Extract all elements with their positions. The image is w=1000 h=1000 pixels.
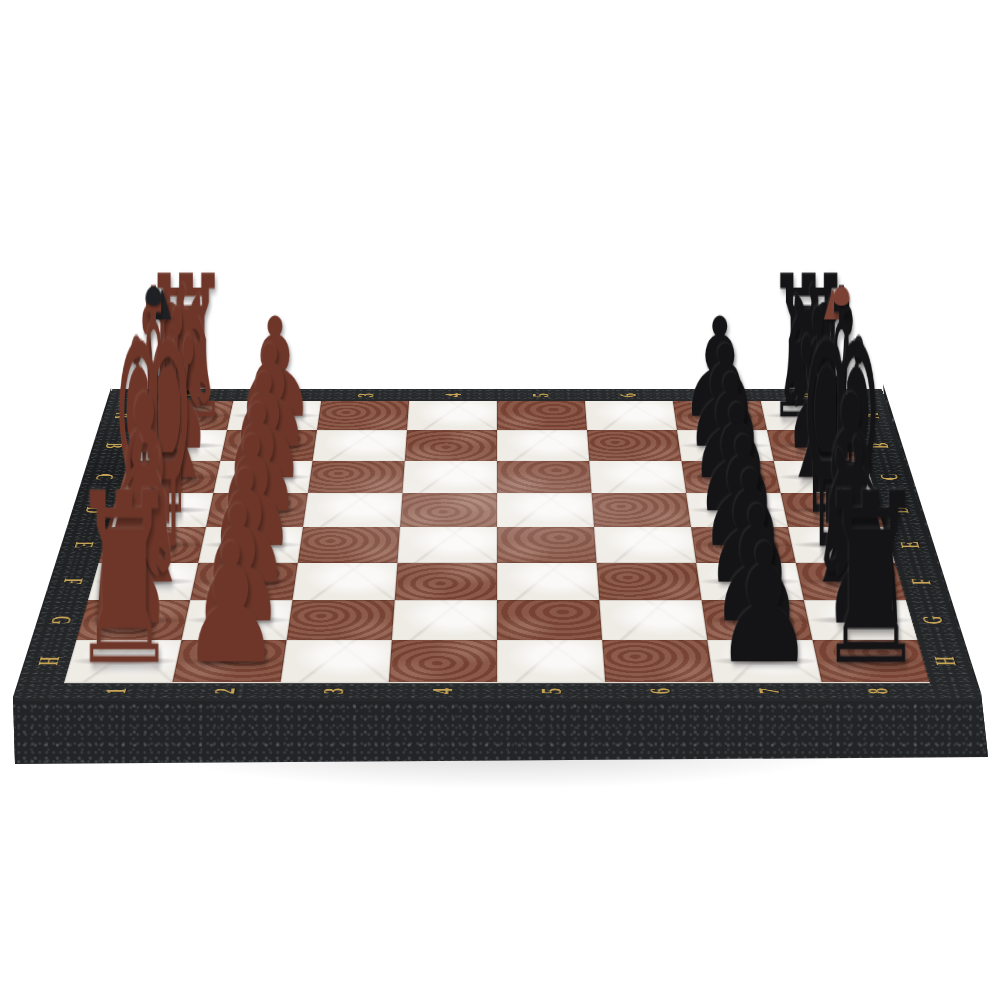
label-file-right-h: H [928,656,964,665]
square-a2 [227,401,321,430]
square-b8 [767,430,866,461]
square-b5 [497,430,589,461]
piece-white-pawn-h2: ♟ [170,545,291,660]
label-file-left-f: F [56,578,89,584]
label-file-left-d: D [78,507,110,514]
label-file-right-d: D [884,507,916,514]
square-d7 [686,493,788,527]
square-d3 [303,493,402,527]
label-rank-back-1: 1 [177,393,205,397]
label-rank-back-5: 5 [527,393,554,397]
square-b7 [677,430,774,461]
label-file-right-e: E [894,541,926,547]
square-c4 [402,461,497,493]
label-file-left-e: E [67,541,99,547]
label-rank-back-4: 4 [440,393,467,397]
square-a8 [761,401,857,430]
square-c1 [119,461,221,493]
product-photo: AABBCCDDEEFFGGHH1122334455667788 ♜♟♟♜♞♟♟… [0,0,1000,1000]
square-b6 [587,430,681,461]
pawn-glyph: ♟ [713,522,814,687]
square-b1 [128,430,227,461]
board-frame: AABBCCDDEEFFGGHH1122334455667788 ♜♟♟♜♞♟♟… [13,389,982,701]
label-rank-front-5: 5 [535,688,569,694]
square-b2 [220,430,317,461]
label-file-right-b: B [865,443,895,448]
pawn-glyph: ♟ [180,522,281,687]
label-rank-back-6: 6 [615,393,642,397]
square-b4 [405,430,497,461]
square-d8 [781,493,885,527]
label-rank-front-8: 8 [860,688,895,694]
square-d4 [400,493,497,527]
label-rank-front-1: 1 [98,688,133,694]
label-file-right-f: F [905,578,938,584]
label-rank-front-3: 3 [317,688,351,694]
label-file-left-h: H [30,656,66,665]
label-file-left-a: A [108,413,137,419]
square-d1 [109,493,213,527]
label-file-left-g: G [43,616,78,624]
square-d2 [206,493,308,527]
label-rank-front-6: 6 [643,688,677,694]
piece-black-pawn-h7: ♟ [703,545,824,660]
label-rank-back-2: 2 [264,393,292,397]
square-d5 [497,493,594,527]
square-a5 [497,401,587,430]
square-c2 [213,461,312,493]
square-c5 [497,461,592,493]
label-rank-back-7: 7 [702,393,730,397]
label-file-left-b: B [99,443,129,448]
label-rank-back-8: 8 [789,393,817,397]
label-file-right-a: A [857,413,886,419]
scene: AABBCCDDEEFFGGHH1122334455667788 ♜♟♟♜♞♟♟… [0,0,1000,1000]
label-file-left-c: C [89,474,120,480]
square-a7 [673,401,767,430]
square-c6 [589,461,686,493]
square-d6 [592,493,691,527]
square-a1 [137,401,233,430]
square-c7 [681,461,780,493]
square-b3 [313,430,407,461]
label-rank-back-3: 3 [352,393,379,397]
label-file-right-c: C [874,474,905,480]
square-a6 [585,401,677,430]
square-a3 [317,401,409,430]
square-c3 [308,461,405,493]
label-file-right-g: G [916,616,951,624]
label-rank-front-2: 2 [207,688,242,694]
label-rank-front-7: 7 [752,688,787,694]
square-c8 [774,461,876,493]
label-rank-front-4: 4 [426,688,460,694]
square-a4 [407,401,497,430]
